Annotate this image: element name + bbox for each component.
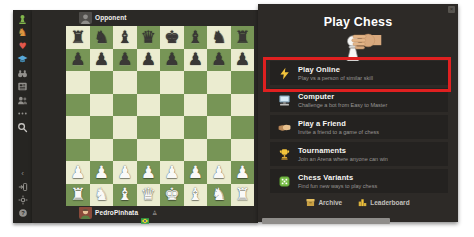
black-b-piece: ♝ — [117, 28, 132, 45]
square-d2[interactable]: ♟ — [137, 161, 161, 184]
panel-title: Play Chess — [258, 15, 458, 29]
opponent-avatar[interactable] — [79, 11, 92, 24]
menu-item-subtitle: Invite a friend to a game of chess — [298, 129, 379, 135]
square-h4[interactable] — [231, 116, 255, 139]
square-g5[interactable] — [207, 94, 231, 117]
square-f8[interactable]: ♝ — [184, 26, 208, 49]
square-g4[interactable] — [207, 116, 231, 139]
square-c5[interactable] — [113, 94, 137, 117]
black-p-piece: ♟ — [94, 51, 109, 68]
white-k-piece: ♚ — [164, 186, 179, 203]
logo-pawn-icon[interactable] — [16, 13, 30, 25]
white-r-piece: ♜ — [235, 186, 250, 203]
square-g6[interactable] — [207, 71, 231, 94]
square-f5[interactable] — [184, 94, 208, 117]
leaderboard-icon — [358, 198, 367, 207]
close-icon[interactable]: × — [448, 6, 455, 13]
sidebar-bottom-group: ‹ ? — [16, 168, 30, 223]
black-p-piece: ♟ — [211, 51, 226, 68]
white-p-piece: ♟ — [70, 163, 85, 180]
square-a4[interactable] — [66, 116, 90, 139]
menu-item-subtitle: Challenge a bot from Easy to Master — [298, 102, 387, 108]
square-h2[interactable]: ♟ — [231, 161, 255, 184]
menu-item-subtitle: Play vs a person of similar skill — [298, 75, 373, 81]
square-c1[interactable]: ♝ — [113, 184, 137, 207]
puzzles-knight-icon[interactable]: ♞ — [16, 27, 30, 39]
square-d8[interactable]: ♛ — [137, 26, 161, 49]
square-h8[interactable]: ♜ — [231, 26, 255, 49]
square-h3[interactable] — [231, 139, 255, 162]
square-d6[interactable] — [137, 71, 161, 94]
menu-item-title: Chess Variants — [298, 173, 377, 182]
dice-cube-icon — [277, 174, 291, 188]
player-name[interactable]: Opponent — [95, 14, 127, 21]
square-b3[interactable] — [90, 139, 114, 162]
white-b-piece: ♝ — [117, 186, 132, 203]
square-e8[interactable]: ♚ — [160, 26, 184, 49]
user-avatar[interactable] — [79, 206, 92, 219]
square-e4[interactable] — [160, 116, 184, 139]
square-c3[interactable] — [113, 139, 137, 162]
player-top: Opponent — [79, 11, 127, 24]
square-a2[interactable]: ♟ — [66, 161, 90, 184]
black-p-piece: ♟ — [235, 51, 250, 68]
menu-item-subtitle: Find fun new ways to play chess — [298, 183, 377, 189]
black-n-piece: ♞ — [94, 28, 109, 45]
square-e1[interactable]: ♚ — [160, 184, 184, 207]
square-b6[interactable] — [90, 71, 114, 94]
square-g2[interactable]: ♟ — [207, 161, 231, 184]
black-p-piece: ♟ — [188, 51, 203, 68]
archive-icon — [306, 198, 315, 207]
black-n-piece: ♞ — [211, 28, 226, 45]
black-b-piece: ♝ — [188, 28, 203, 45]
menu-item-title: Play Online — [298, 65, 373, 74]
square-a8[interactable]: ♜ — [66, 26, 90, 49]
computer-icon — [277, 93, 291, 107]
square-d7[interactable]: ♟ — [137, 49, 161, 72]
white-p-piece: ♟ — [117, 163, 132, 180]
leaderboard-label: Leaderboard — [370, 199, 409, 206]
learn-cap-icon[interactable] — [16, 54, 30, 66]
square-f6[interactable] — [184, 71, 208, 94]
brazil-flag-icon — [141, 210, 149, 216]
white-b-piece: ♝ — [188, 186, 203, 203]
square-g1[interactable]: ♞ — [207, 184, 231, 207]
black-p-piece: ♟ — [141, 51, 156, 68]
svg-text:?: ? — [21, 210, 25, 216]
game-area: Opponent ♜♞♝♛♚♝♞♜♟♟♟♟♟♟♟♟♟♟♟♟♟♟♟♟♜♞♝♛♚♝♞… — [32, 10, 258, 223]
square-g8[interactable]: ♞ — [207, 26, 231, 49]
square-b4[interactable] — [90, 116, 114, 139]
black-p-piece: ♟ — [164, 51, 179, 68]
white-n-piece: ♞ — [211, 186, 226, 203]
black-q-piece: ♛ — [141, 28, 156, 45]
square-a7[interactable]: ♟ — [66, 49, 90, 72]
hand-holding-pawn-illustration — [326, 31, 390, 63]
help-icon[interactable]: ? — [16, 207, 30, 219]
black-r-piece: ♜ — [70, 28, 85, 45]
panel-footer: Archive Leaderboard — [258, 198, 458, 207]
square-a1[interactable]: ♜ — [66, 184, 90, 207]
menu-item-play-online[interactable]: Play Online Play vs a person of similar … — [270, 61, 448, 85]
square-d4[interactable] — [137, 116, 161, 139]
square-e2[interactable]: ♟ — [160, 161, 184, 184]
square-b5[interactable] — [90, 94, 114, 117]
square-e5[interactable] — [160, 94, 184, 117]
black-p-piece: ♟ — [70, 51, 85, 68]
signin-icon[interactable] — [16, 181, 30, 193]
square-f2[interactable]: ♟ — [184, 161, 208, 184]
square-h5[interactable] — [231, 94, 255, 117]
white-p-piece: ♟ — [235, 163, 250, 180]
square-a3[interactable] — [66, 139, 90, 162]
chess-board: ♜♞♝♛♚♝♞♜♟♟♟♟♟♟♟♟♟♟♟♟♟♟♟♟♜♞♝♛♚♝♞♜ — [66, 26, 254, 206]
handshake-icon — [277, 120, 291, 134]
menu-item-title: Tournaments — [298, 146, 388, 155]
white-p-piece: ♟ — [141, 163, 156, 180]
lightning-icon — [277, 66, 291, 80]
settings-gear-icon[interactable] — [16, 194, 30, 206]
player-name[interactable]: PedroPinhata — [95, 209, 138, 216]
square-c7[interactable]: ♟ — [113, 49, 137, 72]
archive-button[interactable]: Archive — [306, 198, 342, 207]
square-h6[interactable] — [231, 71, 255, 94]
menu-item-computer[interactable]: Computer Challenge a bot from Easy to Ma… — [270, 88, 448, 112]
square-g3[interactable] — [207, 139, 231, 162]
play-menu: Play Online Play vs a person of similar … — [270, 61, 448, 196]
square-f1[interactable]: ♝ — [184, 184, 208, 207]
menu-item-chess-variants[interactable]: Chess Variants Find fun new ways to play… — [270, 169, 448, 193]
square-d5[interactable] — [137, 94, 161, 117]
sidebar: ♞ ♥ ‹ — [13, 10, 32, 223]
square-d1[interactable]: ♛ — [137, 184, 161, 207]
square-f4[interactable] — [184, 116, 208, 139]
square-e3[interactable] — [160, 139, 184, 162]
square-c8[interactable]: ♝ — [113, 26, 137, 49]
menu-item-subtitle: Join an Arena where anyone can win — [298, 156, 388, 162]
square-c6[interactable] — [113, 71, 137, 94]
square-b8[interactable]: ♞ — [90, 26, 114, 49]
pawn-badge-icon: ♙ — [152, 210, 157, 216]
square-b1[interactable]: ♞ — [90, 184, 114, 207]
horizontal-scrollbar[interactable] — [262, 218, 390, 224]
square-b2[interactable]: ♟ — [90, 161, 114, 184]
archive-label: Archive — [318, 199, 342, 206]
heart-icon[interactable]: ♥ — [16, 40, 30, 52]
black-k-piece: ♚ — [164, 28, 179, 45]
search-icon[interactable] — [16, 121, 30, 133]
square-e6[interactable] — [160, 71, 184, 94]
sidebar-top-group: ♞ ♥ — [16, 10, 30, 135]
square-d3[interactable] — [137, 139, 161, 162]
white-r-piece: ♜ — [70, 186, 85, 203]
collapse-icon[interactable]: ‹ — [16, 168, 30, 180]
news-icon[interactable] — [16, 81, 30, 93]
square-c2[interactable]: ♟ — [113, 161, 137, 184]
square-h1[interactable]: ♜ — [231, 184, 255, 207]
white-n-piece: ♞ — [94, 186, 109, 203]
square-a5[interactable] — [66, 94, 90, 117]
white-p-piece: ♟ — [211, 163, 226, 180]
menu-item-tournaments[interactable]: Tournaments Join an Arena where anyone c… — [270, 142, 448, 166]
more-icon[interactable] — [16, 108, 30, 120]
leaderboard-button[interactable]: Leaderboard — [358, 198, 409, 207]
white-p-piece: ♟ — [164, 163, 179, 180]
square-c4[interactable] — [113, 116, 137, 139]
white-p-piece: ♟ — [94, 163, 109, 180]
square-f7[interactable]: ♟ — [184, 49, 208, 72]
black-r-piece: ♜ — [235, 28, 250, 45]
app-canvas: ♞ ♥ ‹ — [0, 0, 474, 237]
menu-item-play-a-friend[interactable]: Play a Friend Invite a friend to a game … — [270, 115, 448, 139]
trophy-icon — [277, 147, 291, 161]
white-q-piece: ♛ — [141, 186, 156, 203]
menu-item-title: Computer — [298, 92, 387, 101]
square-h7[interactable]: ♟ — [231, 49, 255, 72]
black-p-piece: ♟ — [117, 51, 132, 68]
white-p-piece: ♟ — [188, 163, 203, 180]
square-e7[interactable]: ♟ — [160, 49, 184, 72]
menu-item-title: Play a Friend — [298, 119, 379, 128]
square-b7[interactable]: ♟ — [90, 49, 114, 72]
player-bottom: PedroPinhata ♙ — [79, 206, 158, 219]
social-icon[interactable] — [16, 94, 30, 106]
watch-binoculars-icon[interactable] — [16, 67, 30, 79]
square-a6[interactable] — [66, 71, 90, 94]
square-f3[interactable] — [184, 139, 208, 162]
square-g7[interactable]: ♟ — [207, 49, 231, 72]
play-chess-panel: × Play Chess Play Online Play vs a — [258, 4, 458, 222]
